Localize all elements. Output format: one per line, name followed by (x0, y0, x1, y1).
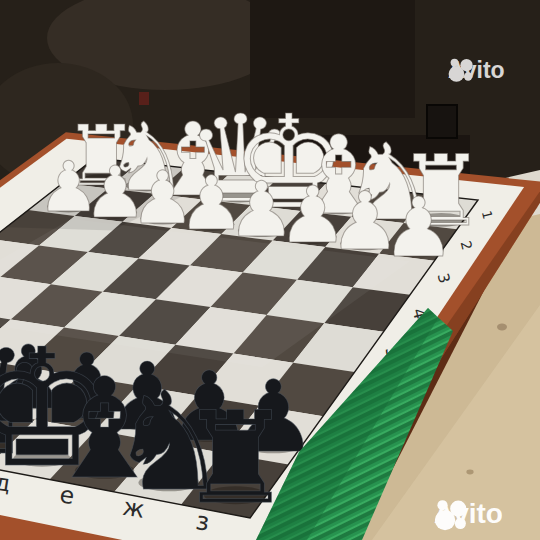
scene-canvas: 12345678абвгдежз ♜♞♝♛♚♝♞♜♟♟♟♟♟♟♟♟♟♟♟♟♟♟♟… (0, 0, 540, 540)
piece-white-pawn: ♟ (382, 180, 456, 275)
table-spot (497, 324, 507, 331)
table-spot (466, 470, 473, 475)
photo-stage: 12345678абвгдежз ♜♞♝♛♚♝♞♜♟♟♟♟♟♟♟♟♟♟♟♟♟♟♟… (0, 0, 540, 540)
